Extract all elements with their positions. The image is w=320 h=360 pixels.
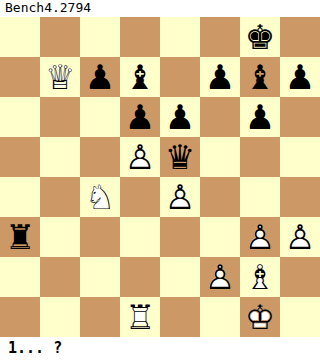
square-c4[interactable]: ♞♘ (80, 177, 120, 217)
piece-black-pawn[interactable]: ♟ (80, 57, 120, 97)
square-f4[interactable] (200, 177, 240, 217)
square-c8[interactable] (80, 17, 120, 57)
square-b5[interactable] (40, 137, 80, 177)
square-a5[interactable] (0, 137, 40, 177)
piece-white-knight[interactable]: ♘ (80, 177, 120, 217)
square-d4[interactable] (120, 177, 160, 217)
piece-white-pawn[interactable]: ♙ (160, 177, 200, 217)
piece-white-bishop[interactable]: ♗ (240, 257, 280, 297)
square-d6[interactable]: ♟ (120, 97, 160, 137)
square-d5[interactable]: ♟♙ (120, 137, 160, 177)
square-d1[interactable]: ♜♖ (120, 297, 160, 337)
square-d3[interactable] (120, 217, 160, 257)
square-b1[interactable] (40, 297, 80, 337)
piece-white-pawn[interactable]: ♙ (200, 257, 240, 297)
square-h3[interactable]: ♟♙ (280, 217, 320, 257)
square-e6[interactable]: ♟ (160, 97, 200, 137)
square-a8[interactable] (0, 17, 40, 57)
square-h2[interactable] (280, 257, 320, 297)
piece-white-pawn[interactable]: ♙ (280, 217, 320, 257)
square-b3[interactable] (40, 217, 80, 257)
square-e4[interactable]: ♟♙ (160, 177, 200, 217)
square-f8[interactable] (200, 17, 240, 57)
piece-black-king[interactable]: ♚ (240, 17, 280, 57)
square-c2[interactable] (80, 257, 120, 297)
square-g3[interactable]: ♟♙ (240, 217, 280, 257)
move-prompt: 1... ? (0, 337, 320, 360)
square-g7[interactable]: ♝ (240, 57, 280, 97)
square-e2[interactable] (160, 257, 200, 297)
square-a2[interactable] (0, 257, 40, 297)
piece-black-bishop[interactable]: ♝ (120, 57, 160, 97)
chess-app: Bench4.2794 ♚♛♕♟♝♟♝♟♟♟♟♟♙♛♞♘♟♙♜♟♙♟♙♟♙♝♗♜… (0, 0, 320, 360)
square-h7[interactable]: ♟ (280, 57, 320, 97)
piece-black-pawn[interactable]: ♟ (160, 97, 200, 137)
square-g1[interactable]: ♚♔ (240, 297, 280, 337)
piece-white-king[interactable]: ♔ (240, 297, 280, 337)
piece-black-pawn[interactable]: ♟ (280, 57, 320, 97)
square-f6[interactable] (200, 97, 240, 137)
piece-white-pawn[interactable]: ♙ (240, 217, 280, 257)
square-e1[interactable] (160, 297, 200, 337)
square-c3[interactable] (80, 217, 120, 257)
piece-black-pawn[interactable]: ♟ (240, 97, 280, 137)
piece-black-pawn[interactable]: ♟ (120, 97, 160, 137)
square-b2[interactable] (40, 257, 80, 297)
square-f1[interactable] (200, 297, 240, 337)
square-e7[interactable] (160, 57, 200, 97)
square-e3[interactable] (160, 217, 200, 257)
square-c6[interactable] (80, 97, 120, 137)
square-c7[interactable]: ♟ (80, 57, 120, 97)
square-a1[interactable] (0, 297, 40, 337)
square-g6[interactable]: ♟ (240, 97, 280, 137)
piece-black-bishop[interactable]: ♝ (240, 57, 280, 97)
piece-black-rook[interactable]: ♜ (0, 217, 40, 257)
square-g5[interactable] (240, 137, 280, 177)
square-d8[interactable] (120, 17, 160, 57)
square-e8[interactable] (160, 17, 200, 57)
square-h8[interactable] (280, 17, 320, 57)
square-g4[interactable] (240, 177, 280, 217)
square-f5[interactable] (200, 137, 240, 177)
square-b6[interactable] (40, 97, 80, 137)
square-a3[interactable]: ♜ (0, 217, 40, 257)
square-b8[interactable] (40, 17, 80, 57)
square-c5[interactable] (80, 137, 120, 177)
position-title: Bench4.2794 (0, 0, 320, 17)
piece-black-queen[interactable]: ♛ (160, 137, 200, 177)
square-a4[interactable] (0, 177, 40, 217)
chess-board: ♚♛♕♟♝♟♝♟♟♟♟♟♙♛♞♘♟♙♜♟♙♟♙♟♙♝♗♜♖♚♔ (0, 17, 320, 337)
square-f7[interactable]: ♟ (200, 57, 240, 97)
square-e5[interactable]: ♛ (160, 137, 200, 177)
square-g2[interactable]: ♝♗ (240, 257, 280, 297)
piece-white-rook[interactable]: ♖ (120, 297, 160, 337)
square-a6[interactable] (0, 97, 40, 137)
piece-white-queen[interactable]: ♕ (40, 57, 80, 97)
square-b7[interactable]: ♛♕ (40, 57, 80, 97)
square-b4[interactable] (40, 177, 80, 217)
square-h6[interactable] (280, 97, 320, 137)
square-h4[interactable] (280, 177, 320, 217)
square-a7[interactable] (0, 57, 40, 97)
square-d2[interactable] (120, 257, 160, 297)
square-d7[interactable]: ♝ (120, 57, 160, 97)
piece-black-pawn[interactable]: ♟ (200, 57, 240, 97)
square-c1[interactable] (80, 297, 120, 337)
square-h1[interactable] (280, 297, 320, 337)
square-g8[interactable]: ♚ (240, 17, 280, 57)
square-f2[interactable]: ♟♙ (200, 257, 240, 297)
square-f3[interactable] (200, 217, 240, 257)
piece-white-pawn[interactable]: ♙ (120, 137, 160, 177)
square-h5[interactable] (280, 137, 320, 177)
